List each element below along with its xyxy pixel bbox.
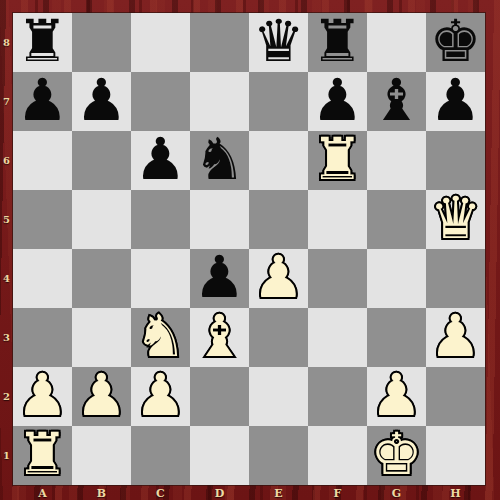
square-e5[interactable]: [249, 190, 308, 249]
file-label-g: G: [367, 486, 426, 500]
square-g3[interactable]: [367, 308, 426, 367]
square-h5[interactable]: ♛: [426, 190, 485, 249]
square-b4[interactable]: [72, 249, 131, 308]
white-pawn-a2[interactable]: ♟: [13, 367, 72, 426]
black-queen-e8[interactable]: ♛: [249, 13, 308, 72]
square-e4[interactable]: ♟: [249, 249, 308, 308]
square-h1[interactable]: [426, 426, 485, 485]
square-f2[interactable]: [308, 367, 367, 426]
square-d5[interactable]: [190, 190, 249, 249]
chess-board: ♜♛♜♚♟♟♟♝♟♟♞♜♛♟♟♞♝♟♟♟♟♟♜♚: [13, 13, 485, 485]
square-c8[interactable]: [131, 13, 190, 72]
square-c3[interactable]: ♞: [131, 308, 190, 367]
file-label-f: F: [308, 486, 367, 500]
square-e6[interactable]: [249, 131, 308, 190]
rank-label-8: 8: [0, 13, 13, 72]
square-c1[interactable]: [131, 426, 190, 485]
square-a7[interactable]: ♟: [13, 72, 72, 131]
white-king-g1[interactable]: ♚: [367, 426, 426, 485]
square-b3[interactable]: [72, 308, 131, 367]
white-pawn-e4[interactable]: ♟: [249, 249, 308, 308]
file-label-c: C: [131, 486, 190, 500]
square-c5[interactable]: [131, 190, 190, 249]
square-d4[interactable]: ♟: [190, 249, 249, 308]
black-rook-a8[interactable]: ♜: [13, 13, 72, 72]
square-a1[interactable]: ♜: [13, 426, 72, 485]
black-bishop-g7[interactable]: ♝: [367, 72, 426, 131]
square-b6[interactable]: [72, 131, 131, 190]
square-b5[interactable]: [72, 190, 131, 249]
black-rook-f8[interactable]: ♜: [308, 13, 367, 72]
square-b1[interactable]: [72, 426, 131, 485]
square-f5[interactable]: [308, 190, 367, 249]
square-h4[interactable]: [426, 249, 485, 308]
square-c6[interactable]: ♟: [131, 131, 190, 190]
square-a5[interactable]: [13, 190, 72, 249]
rank-label-5: 5: [0, 190, 13, 249]
white-rook-a1[interactable]: ♜: [13, 426, 72, 485]
black-knight-d6[interactable]: ♞: [190, 131, 249, 190]
square-a4[interactable]: [13, 249, 72, 308]
square-h6[interactable]: [426, 131, 485, 190]
white-rook-f6[interactable]: ♜: [308, 131, 367, 190]
rank-label-4: 4: [0, 249, 13, 308]
white-bishop-d3[interactable]: ♝: [190, 308, 249, 367]
square-f4[interactable]: [308, 249, 367, 308]
square-e8[interactable]: ♛: [249, 13, 308, 72]
square-c7[interactable]: [131, 72, 190, 131]
rank-label-3: 3: [0, 308, 13, 367]
white-knight-c3[interactable]: ♞: [131, 308, 190, 367]
black-pawn-f7[interactable]: ♟: [308, 72, 367, 131]
square-g8[interactable]: [367, 13, 426, 72]
square-g5[interactable]: [367, 190, 426, 249]
square-c4[interactable]: [131, 249, 190, 308]
square-g6[interactable]: [367, 131, 426, 190]
square-g1[interactable]: ♚: [367, 426, 426, 485]
rank-label-1: 1: [0, 426, 13, 485]
file-label-b: B: [72, 486, 131, 500]
black-pawn-b7[interactable]: ♟: [72, 72, 131, 131]
file-label-e: E: [249, 486, 308, 500]
white-pawn-h3[interactable]: ♟: [426, 308, 485, 367]
square-d1[interactable]: [190, 426, 249, 485]
square-h2[interactable]: [426, 367, 485, 426]
square-a6[interactable]: [13, 131, 72, 190]
file-label-h: H: [426, 486, 485, 500]
square-g4[interactable]: [367, 249, 426, 308]
square-e3[interactable]: [249, 308, 308, 367]
square-a2[interactable]: ♟: [13, 367, 72, 426]
square-h8[interactable]: ♚: [426, 13, 485, 72]
white-queen-h5[interactable]: ♛: [426, 190, 485, 249]
square-b8[interactable]: [72, 13, 131, 72]
square-f6[interactable]: ♜: [308, 131, 367, 190]
square-d3[interactable]: ♝: [190, 308, 249, 367]
square-d7[interactable]: [190, 72, 249, 131]
black-king-h8[interactable]: ♚: [426, 13, 485, 72]
square-c2[interactable]: ♟: [131, 367, 190, 426]
square-g7[interactable]: ♝: [367, 72, 426, 131]
rank-label-7: 7: [0, 72, 13, 131]
square-d6[interactable]: ♞: [190, 131, 249, 190]
board-frame: ♜♛♜♚♟♟♟♝♟♟♞♜♛♟♟♞♝♟♟♟♟♟♜♚ 87654321ABCDEFG…: [0, 0, 500, 500]
square-f1[interactable]: [308, 426, 367, 485]
square-e7[interactable]: [249, 72, 308, 131]
square-d8[interactable]: [190, 13, 249, 72]
white-pawn-c2[interactable]: ♟: [131, 367, 190, 426]
file-label-d: D: [190, 486, 249, 500]
rank-label-6: 6: [0, 131, 13, 190]
square-f7[interactable]: ♟: [308, 72, 367, 131]
white-pawn-b2[interactable]: ♟: [72, 367, 131, 426]
square-h7[interactable]: ♟: [426, 72, 485, 131]
square-d2[interactable]: [190, 367, 249, 426]
square-f3[interactable]: [308, 308, 367, 367]
square-f8[interactable]: ♜: [308, 13, 367, 72]
black-pawn-a7[interactable]: ♟: [13, 72, 72, 131]
square-h3[interactable]: ♟: [426, 308, 485, 367]
square-a3[interactable]: [13, 308, 72, 367]
black-pawn-c6[interactable]: ♟: [131, 131, 190, 190]
black-pawn-d4[interactable]: ♟: [190, 249, 249, 308]
square-e2[interactable]: [249, 367, 308, 426]
white-pawn-g2[interactable]: ♟: [367, 367, 426, 426]
square-e1[interactable]: [249, 426, 308, 485]
square-b2[interactable]: ♟: [72, 367, 131, 426]
black-pawn-h7[interactable]: ♟: [426, 72, 485, 131]
square-a8[interactable]: ♜: [13, 13, 72, 72]
rank-label-2: 2: [0, 367, 13, 426]
square-g2[interactable]: ♟: [367, 367, 426, 426]
square-b7[interactable]: ♟: [72, 72, 131, 131]
file-label-a: A: [13, 486, 72, 500]
